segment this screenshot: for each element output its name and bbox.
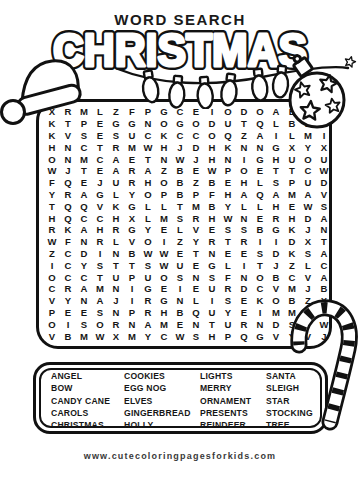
grid-cell: R bbox=[140, 295, 156, 307]
grid-cell: U bbox=[204, 283, 220, 295]
grid-cell: E bbox=[60, 307, 76, 319]
grid-cell: A bbox=[252, 130, 268, 142]
grid-cell: E bbox=[76, 177, 92, 189]
santa-hat-icon bbox=[0, 52, 112, 136]
grid-cell: J bbox=[268, 259, 284, 271]
grid-cell: H bbox=[204, 212, 220, 224]
grid-cell: J bbox=[108, 295, 124, 307]
grid-cell: P bbox=[220, 330, 236, 342]
grid-cell: A bbox=[268, 189, 284, 201]
grid-cell: I bbox=[172, 283, 188, 295]
grid-cell: N bbox=[156, 153, 172, 165]
footer-url: www.cutecoloringpagesforkids.com bbox=[0, 451, 360, 461]
grid-cell: Z bbox=[44, 248, 60, 260]
grid-cell: H bbox=[92, 224, 108, 236]
grid-cell: X bbox=[108, 330, 124, 342]
grid-cell: D bbox=[268, 318, 284, 330]
word-list-item: EGG NOG bbox=[124, 382, 200, 394]
grid-cell: C bbox=[60, 259, 76, 271]
grid-cell: K bbox=[252, 295, 268, 307]
grid-cell: S bbox=[236, 224, 252, 236]
grid-cell: S bbox=[252, 248, 268, 260]
grid-cell: I bbox=[124, 283, 140, 295]
grid-cell: H bbox=[44, 141, 60, 153]
grid-cell: A bbox=[316, 212, 332, 224]
grid-cell: A bbox=[300, 189, 316, 201]
grid-cell: O bbox=[156, 271, 172, 283]
grid-cell: O bbox=[92, 318, 108, 330]
grid-cell: O bbox=[188, 118, 204, 130]
grid-cell: L bbox=[108, 189, 124, 201]
grid-cell: A bbox=[76, 283, 92, 295]
word-list-item: CANDY CANE bbox=[51, 395, 124, 407]
grid-cell: Q bbox=[60, 200, 76, 212]
grid-cell: M bbox=[124, 141, 140, 153]
grid-cell: N bbox=[76, 236, 92, 248]
grid-cell: T bbox=[268, 165, 284, 177]
grid-cell: T bbox=[92, 141, 108, 153]
grid-cell: Z bbox=[236, 130, 252, 142]
grid-cell: O bbox=[140, 189, 156, 201]
grid-cell: N bbox=[108, 248, 124, 260]
grid-cell: V bbox=[300, 271, 316, 283]
grid-cell: G bbox=[252, 330, 268, 342]
grid-cell: E bbox=[188, 165, 204, 177]
word-list-item: BOW bbox=[51, 382, 124, 394]
grid-cell: E bbox=[220, 177, 236, 189]
grid-cell: C bbox=[172, 130, 188, 142]
grid-cell: O bbox=[44, 153, 60, 165]
grid-cell: M bbox=[156, 318, 172, 330]
grid-cell: H bbox=[156, 141, 172, 153]
grid-cell: T bbox=[108, 259, 124, 271]
grid-cell: Q bbox=[60, 212, 76, 224]
grid-cell: N bbox=[124, 318, 140, 330]
grid-cell: O bbox=[252, 271, 268, 283]
grid-cell: L bbox=[172, 224, 188, 236]
grid-cell: Y bbox=[140, 224, 156, 236]
grid-cell: H bbox=[44, 212, 60, 224]
grid-cell: X bbox=[316, 141, 332, 153]
grid-cell: P bbox=[220, 165, 236, 177]
grid-cell: R bbox=[236, 236, 252, 248]
grid-cell: W bbox=[220, 212, 236, 224]
grid-cell: I bbox=[156, 236, 172, 248]
grid-cell: N bbox=[188, 271, 204, 283]
grid-cell: C bbox=[60, 248, 76, 260]
grid-cell: N bbox=[188, 318, 204, 330]
grid-cell: E bbox=[188, 283, 204, 295]
grid-cell: N bbox=[220, 153, 236, 165]
grid-cell: H bbox=[284, 212, 300, 224]
grid-cell: H bbox=[268, 200, 284, 212]
grid-cell: A bbox=[140, 165, 156, 177]
grid-cell: O bbox=[236, 165, 252, 177]
grid-cell: F bbox=[44, 177, 60, 189]
grid-cell: C bbox=[92, 153, 108, 165]
grid-cell: Q bbox=[76, 200, 92, 212]
grid-cell: V bbox=[316, 189, 332, 201]
grid-cell: E bbox=[252, 165, 268, 177]
grid-cell: W bbox=[44, 236, 60, 248]
grid-cell: S bbox=[316, 200, 332, 212]
grid-cell: V bbox=[268, 283, 284, 295]
grid-cell: D bbox=[76, 248, 92, 260]
grid-cell: H bbox=[204, 153, 220, 165]
grid-cell: R bbox=[124, 165, 140, 177]
grid-cell: U bbox=[220, 118, 236, 130]
grid-cell: G bbox=[124, 224, 140, 236]
grid-cell: Q bbox=[60, 177, 76, 189]
grid-cell: S bbox=[92, 259, 108, 271]
grid-cell: B bbox=[172, 177, 188, 189]
grid-cell: N bbox=[252, 141, 268, 153]
grid-cell: C bbox=[252, 283, 268, 295]
grid-cell: T bbox=[236, 118, 252, 130]
grid-cell: I bbox=[268, 236, 284, 248]
grid-cell: I bbox=[252, 236, 268, 248]
grid-cell: S bbox=[300, 248, 316, 260]
word-list-item: PRESENTS bbox=[200, 407, 266, 419]
grid-cell: N bbox=[140, 118, 156, 130]
grid-cell: E bbox=[220, 248, 236, 260]
grid-cell: M bbox=[92, 283, 108, 295]
grid-cell: Y bbox=[188, 236, 204, 248]
grid-cell: G bbox=[268, 141, 284, 153]
grid-cell: D bbox=[188, 141, 204, 153]
word-list-item: MERRY bbox=[200, 382, 266, 394]
grid-cell: R bbox=[268, 212, 284, 224]
grid-cell: S bbox=[172, 271, 188, 283]
grid-cell: G bbox=[124, 200, 140, 212]
grid-cell: S bbox=[268, 177, 284, 189]
grid-cell: T bbox=[92, 271, 108, 283]
grid-cell: Q bbox=[236, 330, 252, 342]
grid-cell: D bbox=[316, 177, 332, 189]
grid-cell: H bbox=[236, 177, 252, 189]
grid-cell: L bbox=[140, 200, 156, 212]
grid-cell: L bbox=[156, 200, 172, 212]
grid-cell: L bbox=[108, 236, 124, 248]
grid-cell: E bbox=[236, 307, 252, 319]
ornament-icon bbox=[281, 53, 360, 138]
word-list-item: LIGHTS bbox=[200, 370, 266, 382]
grid-cell: D bbox=[300, 212, 316, 224]
grid-cell: I bbox=[44, 259, 60, 271]
grid-cell: A bbox=[140, 318, 156, 330]
grid-cell: T bbox=[188, 248, 204, 260]
grid-cell: Y bbox=[140, 330, 156, 342]
grid-cell: U bbox=[108, 271, 124, 283]
grid-cell: B bbox=[316, 283, 332, 295]
grid-cell: N bbox=[60, 153, 76, 165]
grid-cell: E bbox=[92, 165, 108, 177]
grid-cell: E bbox=[156, 224, 172, 236]
grid-cell: A bbox=[316, 248, 332, 260]
grid-cell: U bbox=[124, 130, 140, 142]
grid-cell: P bbox=[124, 271, 140, 283]
grid-cell: E bbox=[124, 153, 140, 165]
grid-cell: I bbox=[236, 153, 252, 165]
grid-cell: M bbox=[188, 200, 204, 212]
grid-cell: L bbox=[140, 212, 156, 224]
grid-cell: R bbox=[60, 189, 76, 201]
grid-cell: H bbox=[204, 141, 220, 153]
grid-cell: V bbox=[268, 330, 284, 342]
grid-cell: V bbox=[44, 330, 60, 342]
grid-cell: O bbox=[156, 177, 172, 189]
grid-cell: Y bbox=[220, 200, 236, 212]
grid-cell: M bbox=[284, 283, 300, 295]
grid-cell: H bbox=[108, 212, 124, 224]
grid-cell: I bbox=[124, 295, 140, 307]
grid-cell: T bbox=[76, 165, 92, 177]
grid-cell: W bbox=[140, 141, 156, 153]
grid-cell: R bbox=[44, 224, 60, 236]
grid-cell: M bbox=[124, 330, 140, 342]
grid-cell: G bbox=[268, 224, 284, 236]
grid-cell: I bbox=[92, 248, 108, 260]
candy-cane-icon bbox=[286, 297, 360, 440]
grid-cell: B bbox=[204, 200, 220, 212]
grid-cell: Y bbox=[76, 259, 92, 271]
grid-cell: P bbox=[44, 307, 60, 319]
word-list-item: ELVES bbox=[124, 395, 200, 407]
grid-cell: Q bbox=[252, 118, 268, 130]
grid-cell: W bbox=[316, 165, 332, 177]
grid-cell: K bbox=[220, 141, 236, 153]
grid-cell: S bbox=[188, 330, 204, 342]
grid-cell: E bbox=[172, 318, 188, 330]
grid-cell: W bbox=[156, 259, 172, 271]
grid-cell: B bbox=[172, 165, 188, 177]
grid-cell: Y bbox=[220, 307, 236, 319]
grid-cell: C bbox=[300, 165, 316, 177]
grid-cell: J bbox=[172, 141, 188, 153]
grid-cell: X bbox=[300, 236, 316, 248]
grid-cell: U bbox=[108, 177, 124, 189]
grid-cell: Y bbox=[300, 141, 316, 153]
word-list-column-3: LIGHTSMERRYORNAMENTPRESENTSREINDEER bbox=[200, 370, 266, 429]
word-list-column-2: COOKIESEGG NOGELVESGINGERBREADHOLLY bbox=[124, 370, 200, 429]
word-list-item: ORNAMENT bbox=[200, 395, 266, 407]
grid-cell: O bbox=[140, 236, 156, 248]
grid-cell: G bbox=[252, 153, 268, 165]
grid-cell: Z bbox=[284, 259, 300, 271]
grid-cell: C bbox=[76, 271, 92, 283]
grid-cell: W bbox=[92, 330, 108, 342]
grid-cell: N bbox=[108, 283, 124, 295]
grid-cell: X bbox=[284, 141, 300, 153]
grid-cell: Y bbox=[124, 189, 140, 201]
grid-cell: B bbox=[172, 307, 188, 319]
grid-cell: E bbox=[284, 200, 300, 212]
grid-cell: C bbox=[140, 130, 156, 142]
grid-cell: O bbox=[44, 271, 60, 283]
grid-cell: H bbox=[220, 189, 236, 201]
grid-cell: E bbox=[236, 248, 252, 260]
grid-cell: L bbox=[252, 200, 268, 212]
grid-cell: K bbox=[156, 130, 172, 142]
grid-cell: V bbox=[188, 224, 204, 236]
grid-cell: B bbox=[252, 224, 268, 236]
grid-cell: I bbox=[204, 295, 220, 307]
grid-cell: Z bbox=[172, 236, 188, 248]
grid-cell: N bbox=[172, 295, 188, 307]
grid-cell: E bbox=[204, 224, 220, 236]
grid-cell: U bbox=[316, 153, 332, 165]
grid-cell: N bbox=[76, 295, 92, 307]
grid-cell: W bbox=[156, 248, 172, 260]
grid-cell: A bbox=[316, 271, 332, 283]
grid-cell: O bbox=[300, 153, 316, 165]
grid-cell: G bbox=[140, 283, 156, 295]
grid-cell: Z bbox=[188, 177, 204, 189]
grid-cell: L bbox=[236, 200, 252, 212]
grid-cell: R bbox=[124, 177, 140, 189]
grid-cell: S bbox=[76, 318, 92, 330]
grid-cell: S bbox=[220, 224, 236, 236]
grid-cell: S bbox=[140, 259, 156, 271]
grid-cell: E bbox=[76, 307, 92, 319]
grid-cell: E bbox=[236, 295, 252, 307]
word-list-item: CHRISTMAS bbox=[51, 419, 124, 431]
grid-cell: F bbox=[60, 236, 76, 248]
word-list-column-1: ANGELBOWCANDY CANECAROLSCHRISTMAS bbox=[51, 370, 124, 429]
grid-cell: T bbox=[284, 165, 300, 177]
grid-cell: A bbox=[236, 189, 252, 201]
grid-cell: H bbox=[140, 177, 156, 189]
grid-cell: R bbox=[188, 212, 204, 224]
grid-cell: G bbox=[172, 118, 188, 130]
grid-cell: N bbox=[252, 318, 268, 330]
grid-cell: O bbox=[268, 295, 284, 307]
grid-cell: C bbox=[44, 283, 60, 295]
word-list-item: COOKIES bbox=[124, 370, 200, 382]
grid-cell: E bbox=[172, 248, 188, 260]
grid-cell: B bbox=[268, 271, 284, 283]
grid-cell: U bbox=[140, 271, 156, 283]
grid-cell: D bbox=[236, 283, 252, 295]
grid-cell: V bbox=[124, 236, 140, 248]
word-list-item: ANGEL bbox=[51, 370, 124, 382]
grid-cell: J bbox=[300, 283, 316, 295]
grid-cell: Y bbox=[60, 295, 76, 307]
grid-cell: K bbox=[284, 248, 300, 260]
grid-cell: H bbox=[204, 330, 220, 342]
grid-cell: C bbox=[156, 330, 172, 342]
grid-cell: O bbox=[204, 130, 220, 142]
grid-cell: B bbox=[204, 177, 220, 189]
grid-cell: I bbox=[252, 307, 268, 319]
grid-cell: S bbox=[172, 212, 188, 224]
grid-cell: R bbox=[108, 141, 124, 153]
grid-cell: R bbox=[108, 224, 124, 236]
word-list: ANGELBOWCANDY CANECAROLSCHRISTMAS COOKIE… bbox=[51, 370, 319, 429]
grid-cell: F bbox=[204, 189, 220, 201]
grid-cell: N bbox=[236, 141, 252, 153]
grid-cell: P bbox=[284, 177, 300, 189]
grid-cell: M bbox=[76, 330, 92, 342]
grid-cell: G bbox=[124, 118, 140, 130]
grid-cell: N bbox=[236, 271, 252, 283]
grid-cell: A bbox=[76, 224, 92, 236]
grid-cell: N bbox=[60, 141, 76, 153]
grid-cell: U bbox=[220, 318, 236, 330]
word-list-box: ANGELBOWCANDY CANECAROLSCHRISTMAS COOKIE… bbox=[33, 362, 328, 434]
grid-cell: T bbox=[220, 236, 236, 248]
grid-cell: B bbox=[172, 189, 188, 201]
grid-cell: E bbox=[156, 283, 172, 295]
grid-cell: B bbox=[60, 330, 76, 342]
word-list-item: REINDEER bbox=[200, 419, 266, 431]
grid-cell: Z bbox=[156, 165, 172, 177]
grid-cell: Q bbox=[252, 189, 268, 201]
grid-cell: R bbox=[140, 307, 156, 319]
grid-cell: R bbox=[220, 283, 236, 295]
grid-cell: K bbox=[108, 200, 124, 212]
grid-cell: W bbox=[300, 200, 316, 212]
word-list-item: CAROLS bbox=[51, 407, 124, 419]
grid-cell: U bbox=[284, 153, 300, 165]
grid-cell: M bbox=[284, 189, 300, 201]
grid-cell: L bbox=[300, 259, 316, 271]
grid-cell: G bbox=[156, 295, 172, 307]
grid-cell: Y bbox=[44, 189, 60, 201]
grid-cell: U bbox=[300, 177, 316, 189]
grid-cell: K bbox=[60, 224, 76, 236]
grid-cell: M bbox=[156, 212, 172, 224]
grid-cell: A bbox=[92, 295, 108, 307]
grid-cell: S bbox=[92, 307, 108, 319]
grid-cell: A bbox=[76, 189, 92, 201]
grid-cell: S bbox=[204, 271, 220, 283]
grid-cell: E bbox=[252, 212, 268, 224]
grid-cell: H bbox=[156, 307, 172, 319]
grid-cell: V bbox=[92, 200, 108, 212]
grid-cell: R bbox=[60, 283, 76, 295]
grid-cell: N bbox=[236, 212, 252, 224]
grid-cell: P bbox=[188, 189, 204, 201]
grid-cell: M bbox=[268, 307, 284, 319]
grid-cell: J bbox=[60, 165, 76, 177]
grid-cell: N bbox=[108, 307, 124, 319]
grid-cell: C bbox=[76, 141, 92, 153]
grid-cell: R bbox=[236, 318, 252, 330]
grid-cell: K bbox=[284, 224, 300, 236]
grid-cell: N bbox=[316, 224, 332, 236]
grid-cell: C bbox=[284, 271, 300, 283]
grid-cell: L bbox=[252, 177, 268, 189]
grid-cell: D bbox=[284, 236, 300, 248]
grid-cell: T bbox=[44, 200, 60, 212]
grid-cell: U bbox=[172, 259, 188, 271]
grid-cell: C bbox=[316, 259, 332, 271]
grid-cell: M bbox=[76, 153, 92, 165]
grid-cell: J bbox=[300, 224, 316, 236]
grid-cell: P bbox=[124, 307, 140, 319]
grid-cell: S bbox=[220, 295, 236, 307]
grid-cell: Q bbox=[220, 130, 236, 142]
grid-cell: O bbox=[44, 318, 60, 330]
grid-cell: C bbox=[92, 212, 108, 224]
grid-cell: W bbox=[172, 330, 188, 342]
grid-cell: J bbox=[188, 153, 204, 165]
grid-cell: Q bbox=[188, 307, 204, 319]
grid-cell: T bbox=[316, 236, 332, 248]
grid-cell: T bbox=[140, 153, 156, 165]
word-list-item: HOLLY bbox=[124, 419, 200, 431]
